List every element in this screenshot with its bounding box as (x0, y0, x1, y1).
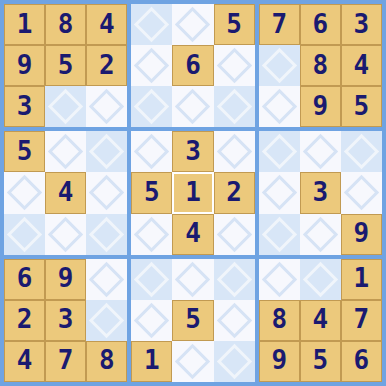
cell-r9c8[interactable]: 5 (300, 341, 341, 382)
diamond-icon (134, 303, 169, 338)
digit: 9 (58, 265, 74, 293)
cell-r8c9[interactable]: 7 (341, 300, 382, 341)
cell-r5c7[interactable] (259, 172, 300, 213)
digit: 6 (312, 11, 328, 39)
diamond-icon (89, 175, 124, 210)
cell-r8c5[interactable]: 5 (172, 300, 213, 341)
cell-r1c9[interactable]: 3 (341, 4, 382, 45)
digit: 8 (58, 11, 74, 39)
digit: 4 (58, 179, 74, 207)
cell-r8c8[interactable]: 4 (300, 300, 341, 341)
cell-r7c1[interactable]: 6 (4, 259, 45, 300)
cell-r6c8[interactable] (300, 214, 341, 255)
diamond-icon (262, 48, 297, 83)
cell-r2c4[interactable] (131, 45, 172, 86)
diamond-icon (134, 262, 169, 297)
digit: 6 (354, 347, 370, 375)
digit: 5 (58, 52, 74, 80)
digit: 3 (185, 138, 201, 166)
diamond-icon (175, 89, 210, 124)
cell-r4c3[interactable] (86, 131, 127, 172)
digit: 7 (354, 306, 370, 334)
cell-r2c6[interactable] (214, 45, 255, 86)
digit: 2 (226, 179, 242, 207)
cell-r6c2[interactable] (45, 214, 86, 255)
diamond-icon (7, 175, 42, 210)
cell-r9c4[interactable]: 1 (131, 341, 172, 382)
digit: 1 (185, 179, 201, 207)
digit: 1 (17, 11, 33, 39)
cell-r5c2[interactable]: 4 (45, 172, 86, 213)
diamond-icon (134, 89, 169, 124)
cell-r7c5[interactable] (172, 259, 213, 300)
cell-r6c1[interactable] (4, 214, 45, 255)
cell-r1c3[interactable]: 4 (86, 4, 127, 45)
cell-r8c4[interactable] (131, 300, 172, 341)
diamond-icon (262, 89, 297, 124)
cell-r8c2[interactable]: 3 (45, 300, 86, 341)
diamond-icon (344, 175, 379, 210)
cell-r7c3[interactable] (86, 259, 127, 300)
cell-r3c2[interactable] (45, 86, 86, 127)
diamond-icon (216, 216, 251, 251)
cell-r6c3[interactable] (86, 214, 127, 255)
cell-r1c5[interactable] (172, 4, 213, 45)
diamond-icon (134, 7, 169, 42)
cell-r2c1[interactable]: 9 (4, 45, 45, 86)
diamond-icon (303, 262, 338, 297)
digit: 4 (17, 347, 33, 375)
diamond-icon (48, 89, 83, 124)
box-1-1: 1849523 (4, 4, 127, 127)
digit: 5 (185, 306, 201, 334)
cell-r2c5[interactable]: 6 (172, 45, 213, 86)
digit: 5 (226, 11, 242, 39)
cell-r7c6[interactable] (214, 259, 255, 300)
diamond-icon (134, 134, 169, 169)
cell-r3c8[interactable]: 9 (300, 86, 341, 127)
diamond-icon (216, 89, 251, 124)
diamond-icon (216, 344, 251, 379)
cell-r2c2[interactable]: 5 (45, 45, 86, 86)
cell-r5c3[interactable] (86, 172, 127, 213)
digit: 1 (144, 347, 160, 375)
digit: 3 (354, 11, 370, 39)
diamond-icon (262, 262, 297, 297)
cell-r2c9[interactable]: 4 (341, 45, 382, 86)
digit: 8 (99, 347, 115, 375)
diamond-icon (89, 303, 124, 338)
cell-r4c9[interactable] (341, 131, 382, 172)
cell-r6c4[interactable] (131, 214, 172, 255)
cell-r7c7[interactable] (259, 259, 300, 300)
cell-r5c6[interactable]: 2 (214, 172, 255, 213)
cell-r6c7[interactable] (259, 214, 300, 255)
box-2-1: 54 (4, 131, 127, 254)
diamond-icon (89, 89, 124, 124)
cell-r8c7[interactable]: 8 (259, 300, 300, 341)
digit: 5 (17, 138, 33, 166)
box-2-2: 35124 (131, 131, 254, 254)
cell-r7c9[interactable]: 1 (341, 259, 382, 300)
digit: 5 (144, 179, 160, 207)
digit: 6 (17, 265, 33, 293)
box-1-2: 56 (131, 4, 254, 127)
diamond-icon (262, 216, 297, 251)
cell-r9c3[interactable]: 8 (86, 341, 127, 382)
cell-r9c6[interactable] (214, 341, 255, 382)
cell-r1c8[interactable]: 6 (300, 4, 341, 45)
diamond-icon (134, 216, 169, 251)
diamond-icon (216, 303, 251, 338)
cell-r1c7[interactable]: 7 (259, 4, 300, 45)
diamond-icon (48, 216, 83, 251)
cell-r1c1[interactable]: 1 (4, 4, 45, 45)
cell-r5c8[interactable]: 3 (300, 172, 341, 213)
digit: 7 (271, 11, 287, 39)
digit: 4 (312, 306, 328, 334)
diamond-icon (89, 262, 124, 297)
cell-r1c4[interactable] (131, 4, 172, 45)
cell-r4c1[interactable]: 5 (4, 131, 45, 172)
diamond-icon (134, 48, 169, 83)
cell-r5c9[interactable] (341, 172, 382, 213)
cell-r8c6[interactable] (214, 300, 255, 341)
cell-r6c5[interactable]: 4 (172, 214, 213, 255)
cell-r3c7[interactable] (259, 86, 300, 127)
diamond-icon (262, 134, 297, 169)
sudoku-app: 1849523567638495543512439692347851184795… (0, 0, 386, 386)
digit: 9 (271, 347, 287, 375)
cell-r9c7[interactable]: 9 (259, 341, 300, 382)
digit: 3 (312, 179, 328, 207)
cell-r7c4[interactable] (131, 259, 172, 300)
digit: 4 (354, 52, 370, 80)
cell-r3c9[interactable]: 5 (341, 86, 382, 127)
digit: 2 (17, 306, 33, 334)
cell-r2c3[interactable]: 2 (86, 45, 127, 86)
cell-r9c1[interactable]: 4 (4, 341, 45, 382)
box-3-3: 1847956 (259, 259, 382, 382)
diamond-icon (48, 134, 83, 169)
digit: 8 (312, 52, 328, 80)
diamond-icon (303, 216, 338, 251)
diamond-icon (216, 48, 251, 83)
cell-r5c1[interactable] (4, 172, 45, 213)
cell-r5c5[interactable]: 1 (172, 172, 213, 213)
cell-r8c3[interactable] (86, 300, 127, 341)
diamond-icon (89, 216, 124, 251)
digit: 9 (354, 220, 370, 248)
cell-r3c4[interactable] (131, 86, 172, 127)
cell-r4c2[interactable] (45, 131, 86, 172)
cell-r7c8[interactable] (300, 259, 341, 300)
digit: 5 (312, 347, 328, 375)
cell-r1c6[interactable]: 5 (214, 4, 255, 45)
cell-r6c6[interactable] (214, 214, 255, 255)
cell-r1c2[interactable]: 8 (45, 4, 86, 45)
cell-r3c5[interactable] (172, 86, 213, 127)
digit: 2 (99, 52, 115, 80)
diamond-icon (303, 134, 338, 169)
cell-r3c1[interactable]: 3 (4, 86, 45, 127)
box-3-2: 51 (131, 259, 254, 382)
diamond-icon (344, 134, 379, 169)
digit: 3 (58, 306, 74, 334)
cell-r7c2[interactable]: 9 (45, 259, 86, 300)
box-3-1: 6923478 (4, 259, 127, 382)
cell-r3c6[interactable] (214, 86, 255, 127)
diamond-icon (89, 134, 124, 169)
digit: 7 (58, 347, 74, 375)
box-2-3: 39 (259, 131, 382, 254)
cell-r9c2[interactable]: 7 (45, 341, 86, 382)
diamond-icon (216, 262, 251, 297)
cell-r8c1[interactable]: 2 (4, 300, 45, 341)
digit: 9 (312, 93, 328, 121)
diamond-icon (262, 175, 297, 210)
cell-r6c9[interactable]: 9 (341, 214, 382, 255)
cell-r5c4[interactable]: 5 (131, 172, 172, 213)
digit: 9 (17, 52, 33, 80)
diamond-icon (216, 134, 251, 169)
cell-r2c7[interactable] (259, 45, 300, 86)
digit: 5 (354, 93, 370, 121)
digit: 1 (354, 265, 370, 293)
cell-r4c8[interactable] (300, 131, 341, 172)
cell-r4c7[interactable] (259, 131, 300, 172)
cell-r4c6[interactable] (214, 131, 255, 172)
cell-r4c4[interactable] (131, 131, 172, 172)
diamond-icon (7, 216, 42, 251)
digit: 4 (99, 11, 115, 39)
digit: 6 (185, 52, 201, 80)
sudoku-board: 1849523567638495543512439692347851184795… (0, 0, 386, 386)
cell-r2c8[interactable]: 8 (300, 45, 341, 86)
diamond-icon (175, 7, 210, 42)
cell-r4c5[interactable]: 3 (172, 131, 213, 172)
digit: 3 (17, 93, 33, 121)
cell-r9c9[interactable]: 6 (341, 341, 382, 382)
diamond-icon (175, 344, 210, 379)
cell-r3c3[interactable] (86, 86, 127, 127)
box-1-3: 7638495 (259, 4, 382, 127)
cell-r9c5[interactable] (172, 341, 213, 382)
digit: 8 (271, 306, 287, 334)
digit: 4 (185, 220, 201, 248)
diamond-icon (175, 262, 210, 297)
